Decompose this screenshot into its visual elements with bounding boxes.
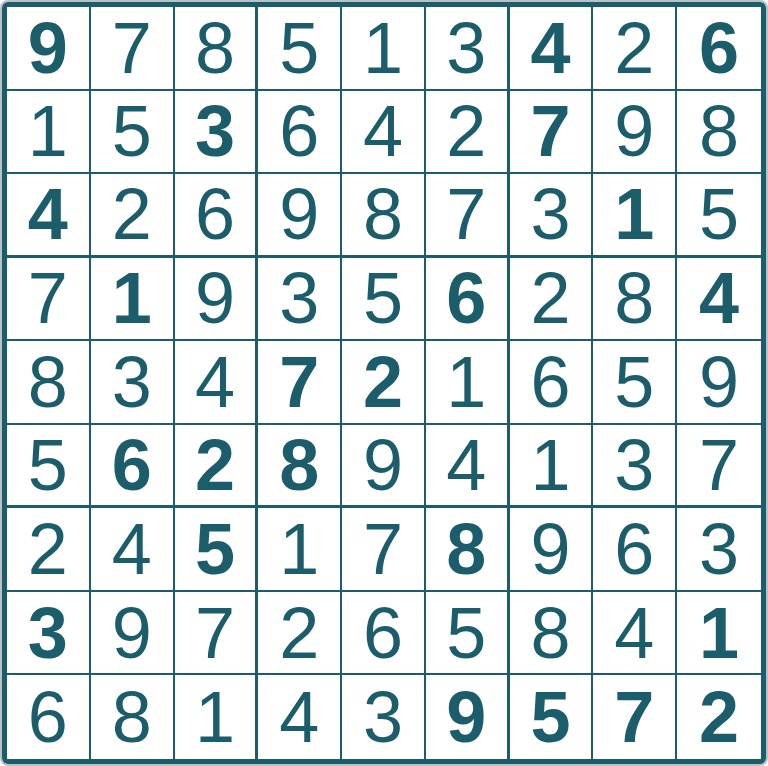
cell-r9c6[interactable]: 9 — [426, 675, 510, 759]
cell-r6c5[interactable]: 9 — [342, 425, 426, 509]
cell-r8c3[interactable]: 7 — [175, 592, 259, 676]
cell-r5c2[interactable]: 3 — [91, 341, 175, 425]
cell-r2c5[interactable]: 4 — [342, 91, 426, 175]
cell-r1c6[interactable]: 3 — [426, 7, 510, 91]
cell-r3c2[interactable]: 2 — [91, 174, 175, 258]
cell-r5c9[interactable]: 9 — [677, 341, 761, 425]
cell-r8c8[interactable]: 4 — [593, 592, 677, 676]
cell-r6c1[interactable]: 5 — [7, 425, 91, 509]
cell-r4c5[interactable]: 5 — [342, 258, 426, 342]
cell-r2c1[interactable]: 1 — [7, 91, 91, 175]
cell-r5c3[interactable]: 4 — [175, 341, 259, 425]
cell-r3c9[interactable]: 5 — [677, 174, 761, 258]
cell-r7c5[interactable]: 7 — [342, 508, 426, 592]
cell-r3c3[interactable]: 6 — [175, 174, 259, 258]
cell-r5c8[interactable]: 5 — [593, 341, 677, 425]
cell-r3c7[interactable]: 3 — [510, 174, 594, 258]
cell-r7c2[interactable]: 4 — [91, 508, 175, 592]
cell-r1c7[interactable]: 4 — [510, 7, 594, 91]
cell-r9c8[interactable]: 7 — [593, 675, 677, 759]
cell-r6c7[interactable]: 1 — [510, 425, 594, 509]
cell-r5c1[interactable]: 8 — [7, 341, 91, 425]
cell-r9c9[interactable]: 2 — [677, 675, 761, 759]
cell-r2c3[interactable]: 3 — [175, 91, 259, 175]
cell-r7c6[interactable]: 8 — [426, 508, 510, 592]
cell-r1c3[interactable]: 8 — [175, 7, 259, 91]
cell-r6c9[interactable]: 7 — [677, 425, 761, 509]
cell-r2c7[interactable]: 7 — [510, 91, 594, 175]
cell-r1c5[interactable]: 1 — [342, 7, 426, 91]
cell-r1c1[interactable]: 9 — [7, 7, 91, 91]
cell-r4c9[interactable]: 4 — [677, 258, 761, 342]
cell-r6c4[interactable]: 8 — [258, 425, 342, 509]
cell-r7c3[interactable]: 5 — [175, 508, 259, 592]
cell-r5c6[interactable]: 1 — [426, 341, 510, 425]
cell-r4c3[interactable]: 9 — [175, 258, 259, 342]
cell-r4c6[interactable]: 6 — [426, 258, 510, 342]
cell-r9c3[interactable]: 1 — [175, 675, 259, 759]
cell-r9c1[interactable]: 6 — [7, 675, 91, 759]
cell-r9c7[interactable]: 5 — [510, 675, 594, 759]
cell-r7c8[interactable]: 6 — [593, 508, 677, 592]
cell-r8c1[interactable]: 3 — [7, 592, 91, 676]
cell-r7c9[interactable]: 3 — [677, 508, 761, 592]
cell-r1c8[interactable]: 2 — [593, 7, 677, 91]
cell-r3c5[interactable]: 8 — [342, 174, 426, 258]
cell-r5c5[interactable]: 2 — [342, 341, 426, 425]
cell-r9c2[interactable]: 8 — [91, 675, 175, 759]
cell-r6c3[interactable]: 2 — [175, 425, 259, 509]
cell-r8c4[interactable]: 2 — [258, 592, 342, 676]
cell-r7c7[interactable]: 9 — [510, 508, 594, 592]
cell-r8c5[interactable]: 6 — [342, 592, 426, 676]
cell-r2c4[interactable]: 6 — [258, 91, 342, 175]
cell-r8c7[interactable]: 8 — [510, 592, 594, 676]
cell-r4c1[interactable]: 7 — [7, 258, 91, 342]
cell-r4c2[interactable]: 1 — [91, 258, 175, 342]
cell-r3c4[interactable]: 9 — [258, 174, 342, 258]
cell-r3c1[interactable]: 4 — [7, 174, 91, 258]
cell-r2c8[interactable]: 9 — [593, 91, 677, 175]
cell-r7c1[interactable]: 2 — [7, 508, 91, 592]
cell-r8c2[interactable]: 9 — [91, 592, 175, 676]
cell-r1c4[interactable]: 5 — [258, 7, 342, 91]
cell-r7c4[interactable]: 1 — [258, 508, 342, 592]
cell-r5c4[interactable]: 7 — [258, 341, 342, 425]
cell-r8c6[interactable]: 5 — [426, 592, 510, 676]
cell-r3c6[interactable]: 7 — [426, 174, 510, 258]
cell-r4c4[interactable]: 3 — [258, 258, 342, 342]
cell-r9c5[interactable]: 3 — [342, 675, 426, 759]
cell-r6c6[interactable]: 4 — [426, 425, 510, 509]
cell-r9c4[interactable]: 4 — [258, 675, 342, 759]
cell-r1c9[interactable]: 6 — [677, 7, 761, 91]
cell-r6c8[interactable]: 3 — [593, 425, 677, 509]
sudoku-frame: 9785134261536427984269873157193562848347… — [0, 0, 768, 766]
cell-r2c6[interactable]: 2 — [426, 91, 510, 175]
cell-r8c9[interactable]: 1 — [677, 592, 761, 676]
cell-r3c8[interactable]: 1 — [593, 174, 677, 258]
cell-r6c2[interactable]: 6 — [91, 425, 175, 509]
cell-r5c7[interactable]: 6 — [510, 341, 594, 425]
cell-r2c2[interactable]: 5 — [91, 91, 175, 175]
cell-r2c9[interactable]: 8 — [677, 91, 761, 175]
sudoku-board: 9785134261536427984269873157193562848347… — [2, 2, 766, 764]
cell-r4c7[interactable]: 2 — [510, 258, 594, 342]
cell-r1c2[interactable]: 7 — [91, 7, 175, 91]
cell-r4c8[interactable]: 8 — [593, 258, 677, 342]
